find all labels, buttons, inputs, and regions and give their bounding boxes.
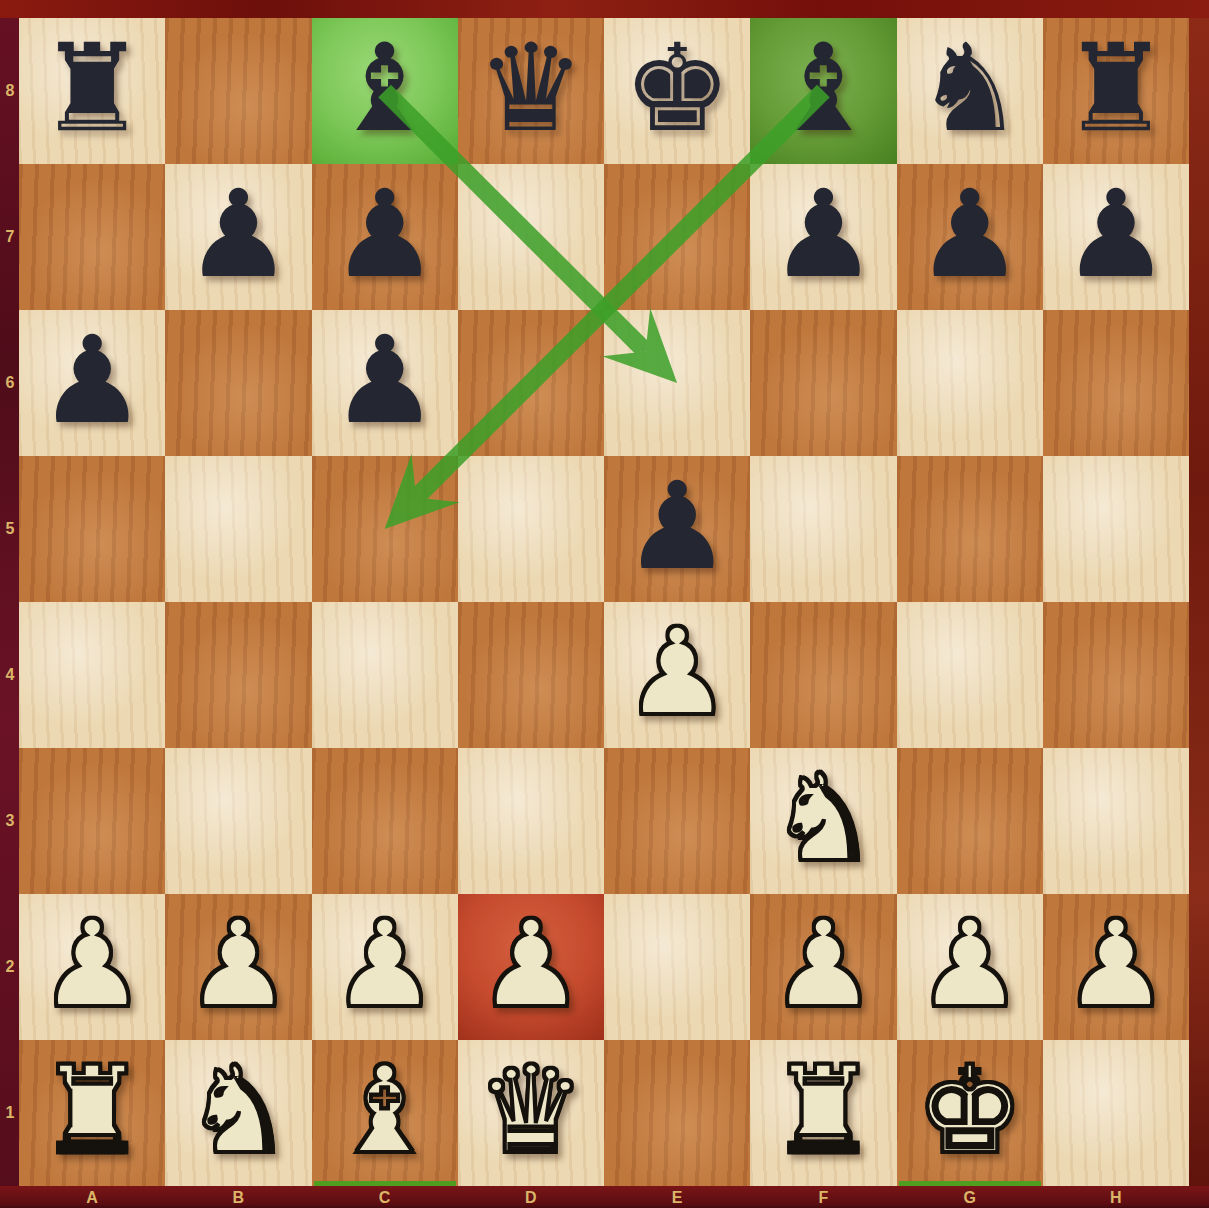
file-label-a: A [72,1188,112,1208]
square-a6[interactable]: ♟ [19,310,165,456]
square-d1[interactable]: ♛ [458,1040,604,1186]
square-g7[interactable]: ♟ [897,164,1043,310]
square-b5[interactable] [165,456,311,602]
piece-black-pawn[interactable]: ♟ [604,453,750,599]
square-d2[interactable]: ♟ [458,894,604,1040]
board-frame-left [0,18,19,1186]
piece-black-bishop[interactable]: ♝ [312,15,458,161]
piece-white-king[interactable]: ♚ [897,1037,1043,1183]
square-g1[interactable]: ♚ [897,1040,1043,1186]
square-f7[interactable]: ♟ [750,164,896,310]
square-c7[interactable]: ♟ [312,164,458,310]
square-b1[interactable]: ♞ [165,1040,311,1186]
chess-board[interactable]: ♜♝♛♚♝♞♜♟♟♟♟♟♟♟♟♟♞♟♟♟♟♟♟♟♜♞♝♛♜♚ [19,18,1189,1186]
square-c1[interactable]: ♝ [312,1040,458,1186]
square-e4[interactable]: ♟ [604,602,750,748]
square-f6[interactable] [750,310,896,456]
square-c5[interactable] [312,456,458,602]
square-d4[interactable] [458,602,604,748]
square-b6[interactable] [165,310,311,456]
file-label-b: B [218,1188,258,1208]
square-h3[interactable] [1043,748,1189,894]
piece-white-pawn[interactable]: ♟ [312,891,458,1037]
board-frame-right [1189,18,1209,1186]
square-f3[interactable]: ♞ [750,748,896,894]
square-g4[interactable] [897,602,1043,748]
square-g8[interactable]: ♞ [897,18,1043,164]
square-d6[interactable] [458,310,604,456]
square-e5[interactable]: ♟ [604,456,750,602]
square-f4[interactable] [750,602,896,748]
piece-black-pawn[interactable]: ♟ [165,161,311,307]
square-f8[interactable]: ♝ [750,18,896,164]
square-a7[interactable] [19,164,165,310]
chessboard-window: ♜♝♛♚♝♞♜♟♟♟♟♟♟♟♟♟♞♟♟♟♟♟♟♟♜♞♝♛♜♚ ABCDEFGH8… [0,0,1209,1208]
piece-black-pawn[interactable]: ♟ [1043,161,1189,307]
square-g3[interactable] [897,748,1043,894]
piece-black-bishop[interactable]: ♝ [750,15,896,161]
file-label-h: H [1096,1188,1136,1208]
square-c2[interactable]: ♟ [312,894,458,1040]
square-g2[interactable]: ♟ [897,894,1043,1040]
piece-white-pawn[interactable]: ♟ [165,891,311,1037]
rank-label-5: 5 [1,521,19,537]
piece-white-rook[interactable]: ♜ [750,1037,896,1183]
board-frame-bottom [0,1186,1209,1208]
piece-white-pawn[interactable]: ♟ [897,891,1043,1037]
square-a4[interactable] [19,602,165,748]
rank-label-6: 6 [1,375,19,391]
piece-white-bishop[interactable]: ♝ [312,1037,458,1183]
square-a1[interactable]: ♜ [19,1040,165,1186]
square-e1[interactable] [604,1040,750,1186]
square-e7[interactable] [604,164,750,310]
square-g5[interactable] [897,456,1043,602]
square-a2[interactable]: ♟ [19,894,165,1040]
piece-black-rook[interactable]: ♜ [19,15,165,161]
piece-black-rook[interactable]: ♜ [1043,15,1189,161]
file-label-d: D [511,1188,551,1208]
square-e2[interactable] [604,894,750,1040]
rank-label-2: 2 [1,959,19,975]
piece-white-pawn[interactable]: ♟ [458,891,604,1037]
square-c3[interactable] [312,748,458,894]
rank-label-8: 8 [1,83,19,99]
square-f2[interactable]: ♟ [750,894,896,1040]
rank-label-3: 3 [1,813,19,829]
piece-white-rook[interactable]: ♜ [19,1037,165,1183]
square-h7[interactable]: ♟ [1043,164,1189,310]
file-label-f: F [803,1188,843,1208]
square-b3[interactable] [165,748,311,894]
square-h5[interactable] [1043,456,1189,602]
square-g6[interactable] [897,310,1043,456]
piece-black-pawn[interactable]: ♟ [897,161,1043,307]
file-label-g: G [950,1188,990,1208]
square-c6[interactable]: ♟ [312,310,458,456]
piece-black-pawn[interactable]: ♟ [312,161,458,307]
piece-white-pawn[interactable]: ♟ [1043,891,1189,1037]
piece-white-queen[interactable]: ♛ [458,1037,604,1183]
square-f5[interactable] [750,456,896,602]
rank-label-1: 1 [1,1105,19,1121]
piece-black-pawn[interactable]: ♟ [750,161,896,307]
square-e3[interactable] [604,748,750,894]
square-e6[interactable] [604,310,750,456]
square-d5[interactable] [458,456,604,602]
piece-black-king[interactable]: ♚ [604,15,750,161]
square-c8[interactable]: ♝ [312,18,458,164]
square-h4[interactable] [1043,602,1189,748]
file-label-e: E [657,1188,697,1208]
piece-white-pawn[interactable]: ♟ [750,891,896,1037]
piece-white-pawn[interactable]: ♟ [19,891,165,1037]
piece-black-pawn[interactable]: ♟ [312,307,458,453]
square-a8[interactable]: ♜ [19,18,165,164]
piece-white-knight[interactable]: ♞ [165,1037,311,1183]
piece-black-queen[interactable]: ♛ [458,15,604,161]
square-h1[interactable] [1043,1040,1189,1186]
square-b8[interactable] [165,18,311,164]
piece-black-knight[interactable]: ♞ [897,15,1043,161]
square-c4[interactable] [312,602,458,748]
square-h6[interactable] [1043,310,1189,456]
piece-white-knight[interactable]: ♞ [750,745,896,891]
square-b2[interactable]: ♟ [165,894,311,1040]
square-e8[interactable]: ♚ [604,18,750,164]
rank-label-4: 4 [1,667,19,683]
square-b4[interactable] [165,602,311,748]
square-b7[interactable]: ♟ [165,164,311,310]
square-d8[interactable]: ♛ [458,18,604,164]
square-a5[interactable] [19,456,165,602]
file-label-c: C [365,1188,405,1208]
square-a3[interactable] [19,748,165,894]
piece-black-pawn[interactable]: ♟ [19,307,165,453]
rank-label-7: 7 [1,229,19,245]
square-h2[interactable]: ♟ [1043,894,1189,1040]
square-d3[interactable] [458,748,604,894]
square-d7[interactable] [458,164,604,310]
piece-white-pawn[interactable]: ♟ [604,599,750,745]
square-h8[interactable]: ♜ [1043,18,1189,164]
square-f1[interactable]: ♜ [750,1040,896,1186]
